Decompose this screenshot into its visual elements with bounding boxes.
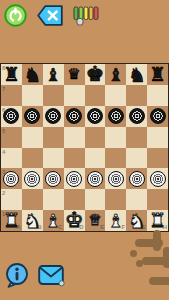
- square-d4[interactable]: [64, 148, 85, 169]
- square-d7[interactable]: [64, 85, 85, 106]
- square-g7[interactable]: [126, 85, 147, 106]
- bottom-toolbar: [5, 263, 65, 288]
- square-g6[interactable]: [126, 106, 147, 127]
- square-h3[interactable]: [147, 168, 168, 189]
- square-d3[interactable]: [64, 168, 85, 189]
- black-pawn-disc[interactable]: [24, 108, 40, 124]
- square-f2[interactable]: [105, 189, 126, 210]
- square-f6[interactable]: [105, 106, 126, 127]
- rank-label: 3: [2, 169, 5, 175]
- file-label: C: [58, 224, 62, 230]
- rank-label: 4: [2, 149, 5, 155]
- square-d5[interactable]: [64, 127, 85, 148]
- rank-label: 1: [2, 211, 5, 217]
- black-pawn-disc[interactable]: [3, 108, 19, 124]
- square-e2[interactable]: [85, 189, 106, 210]
- app-background: { "game": "makruk", "position": { "fen":…: [0, 0, 169, 300]
- square-g3[interactable]: [126, 168, 147, 189]
- black-met-queen[interactable]: ♛: [67, 67, 80, 82]
- messages-icon[interactable]: [38, 264, 65, 287]
- white-pawn-disc[interactable]: [108, 171, 124, 187]
- square-b8[interactable]: ♞: [22, 64, 43, 85]
- top-toolbar: [4, 4, 99, 27]
- file-label: D: [79, 224, 83, 230]
- square-a4[interactable]: 4: [1, 148, 22, 169]
- square-h7[interactable]: [147, 85, 168, 106]
- rank-label: 7: [2, 86, 5, 92]
- black-pawn-disc[interactable]: [108, 108, 124, 124]
- white-pawn-disc[interactable]: [87, 171, 103, 187]
- square-g5[interactable]: [126, 127, 147, 148]
- square-e5[interactable]: [85, 127, 106, 148]
- square-h2[interactable]: [147, 189, 168, 210]
- square-c1[interactable]: C♝: [43, 210, 64, 231]
- file-label: B: [37, 224, 41, 230]
- square-f1[interactable]: F♝: [105, 210, 126, 231]
- square-a6[interactable]: 6: [1, 106, 22, 127]
- black-knight[interactable]: ♞: [128, 65, 146, 85]
- black-rook[interactable]: ♜: [3, 65, 20, 84]
- black-pawn-disc[interactable]: [129, 108, 145, 124]
- square-a2[interactable]: 2: [1, 189, 22, 210]
- board: 8♜♞♝♛♚♝♞♜7654321A♜B♞C♝D♚E♛F♝G♞H♜: [0, 63, 169, 232]
- white-pawn-disc[interactable]: [150, 171, 166, 187]
- square-g8[interactable]: ♞: [126, 64, 147, 85]
- square-a5[interactable]: 5: [1, 127, 22, 148]
- square-b1[interactable]: B♞: [22, 210, 43, 231]
- square-f3[interactable]: [105, 168, 126, 189]
- undo-backspace-icon[interactable]: [37, 5, 63, 26]
- square-e8[interactable]: ♚: [85, 64, 106, 85]
- square-d2[interactable]: [64, 189, 85, 210]
- black-pawn-disc[interactable]: [87, 108, 103, 124]
- rank-label: 8: [2, 65, 5, 71]
- square-f7[interactable]: [105, 85, 126, 106]
- info-icon[interactable]: [5, 263, 29, 288]
- difficulty-meter-icon[interactable]: [73, 6, 99, 26]
- black-king[interactable]: ♚: [86, 64, 105, 85]
- square-e4[interactable]: [85, 148, 106, 169]
- square-b4[interactable]: [22, 148, 43, 169]
- black-knight[interactable]: ♞: [23, 65, 41, 85]
- white-pawn-disc[interactable]: [45, 171, 61, 187]
- square-f4[interactable]: [105, 148, 126, 169]
- square-d6[interactable]: [64, 106, 85, 127]
- square-h5[interactable]: [147, 127, 168, 148]
- white-pawn-disc[interactable]: [66, 171, 82, 187]
- square-b6[interactable]: [22, 106, 43, 127]
- square-c4[interactable]: [43, 148, 64, 169]
- white-pawn-disc[interactable]: [24, 171, 40, 187]
- square-b2[interactable]: [22, 189, 43, 210]
- square-g4[interactable]: [126, 148, 147, 169]
- rank-label: 6: [2, 107, 5, 113]
- file-label: A: [17, 224, 21, 230]
- square-d1[interactable]: D♚: [64, 210, 85, 231]
- square-a1[interactable]: 1A♜: [1, 210, 22, 231]
- white-pawn-disc[interactable]: [3, 171, 19, 187]
- file-label: E: [100, 224, 104, 230]
- square-b3[interactable]: [22, 168, 43, 189]
- black-pawn-disc[interactable]: [66, 108, 82, 124]
- square-a3[interactable]: 3: [1, 168, 22, 189]
- square-g2[interactable]: [126, 189, 147, 210]
- rank-label: 5: [2, 128, 5, 134]
- square-c8[interactable]: ♝: [43, 64, 64, 85]
- square-b7[interactable]: [22, 85, 43, 106]
- developer-logo: [126, 226, 169, 298]
- black-bishop[interactable]: ♝: [45, 66, 61, 84]
- file-label: F: [122, 224, 126, 230]
- square-h6[interactable]: [147, 106, 168, 127]
- square-f8[interactable]: ♝: [105, 64, 126, 85]
- black-rook[interactable]: ♜: [149, 65, 166, 84]
- square-e3[interactable]: [85, 168, 106, 189]
- black-pawn-disc[interactable]: [150, 108, 166, 124]
- square-e7[interactable]: [85, 85, 106, 106]
- square-d8[interactable]: ♛: [64, 64, 85, 85]
- square-c3[interactable]: [43, 168, 64, 189]
- square-e1[interactable]: E♛: [85, 210, 106, 231]
- square-c2[interactable]: [43, 189, 64, 210]
- square-c5[interactable]: [43, 127, 64, 148]
- square-h8[interactable]: ♜: [147, 64, 168, 85]
- black-pawn-disc[interactable]: [45, 108, 61, 124]
- black-bishop[interactable]: ♝: [108, 66, 124, 84]
- restart-icon[interactable]: [4, 4, 27, 27]
- square-a7[interactable]: 7: [1, 85, 22, 106]
- white-pawn-disc[interactable]: [129, 171, 145, 187]
- square-h4[interactable]: [147, 148, 168, 169]
- square-f5[interactable]: [105, 127, 126, 148]
- square-e6[interactable]: [85, 106, 106, 127]
- square-c6[interactable]: [43, 106, 64, 127]
- square-a8[interactable]: 8♜: [1, 64, 22, 85]
- rank-label: 2: [2, 190, 5, 196]
- square-c7[interactable]: [43, 85, 64, 106]
- square-b5[interactable]: [22, 127, 43, 148]
